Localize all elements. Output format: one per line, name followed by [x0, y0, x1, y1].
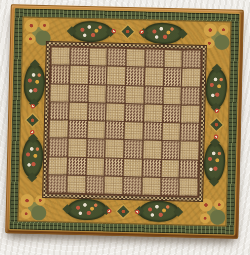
floral-medallion-top-left — [71, 21, 112, 43]
square-c3[interactable] — [87, 139, 105, 157]
red-accent-dot — [30, 104, 35, 109]
square-h5[interactable] — [181, 105, 199, 123]
square-e4[interactable] — [125, 122, 143, 140]
red-accent-dot — [135, 209, 140, 214]
red-accent-dot — [139, 29, 144, 34]
square-f7[interactable] — [145, 68, 163, 86]
square-f6[interactable] — [144, 86, 162, 104]
floral-medallion-right-lower — [204, 142, 226, 183]
square-a6[interactable] — [50, 84, 68, 102]
square-f3[interactable] — [143, 141, 161, 159]
square-e7[interactable] — [126, 67, 144, 85]
square-f4[interactable] — [143, 122, 161, 140]
square-g2[interactable] — [161, 159, 179, 177]
playing-field — [46, 45, 203, 198]
chess-board[interactable] — [5, 4, 244, 239]
square-b8[interactable] — [70, 48, 88, 66]
squares-grid — [48, 47, 200, 196]
square-h3[interactable] — [180, 142, 198, 160]
square-g6[interactable] — [163, 86, 181, 104]
square-d1[interactable] — [104, 176, 122, 194]
square-a3[interactable] — [49, 138, 67, 156]
square-g7[interactable] — [163, 68, 181, 86]
square-b2[interactable] — [67, 157, 85, 175]
red-accent-dot — [107, 209, 112, 214]
floral-medallion-right-upper — [205, 68, 227, 109]
square-a4[interactable] — [50, 120, 68, 138]
square-h1[interactable] — [179, 178, 197, 196]
square-b5[interactable] — [69, 102, 87, 120]
red-accent-dot — [30, 130, 35, 135]
square-e8[interactable] — [126, 49, 144, 67]
square-d8[interactable] — [108, 49, 126, 67]
square-a2[interactable] — [49, 157, 67, 175]
square-h7[interactable] — [182, 69, 200, 87]
square-e1[interactable] — [123, 177, 141, 195]
square-c8[interactable] — [89, 48, 107, 66]
square-a1[interactable] — [48, 175, 66, 193]
square-c5[interactable] — [88, 103, 106, 121]
square-e3[interactable] — [124, 140, 142, 158]
square-g4[interactable] — [162, 123, 180, 141]
square-c6[interactable] — [88, 85, 106, 103]
square-f5[interactable] — [144, 104, 162, 122]
diamond-motif-bottom — [115, 204, 131, 220]
square-d5[interactable] — [106, 103, 124, 121]
square-g8[interactable] — [164, 50, 182, 68]
floral-medallion-bottom-right — [139, 200, 180, 222]
square-a8[interactable] — [51, 47, 69, 65]
square-g1[interactable] — [161, 178, 179, 196]
floral-medallion-left-upper — [23, 64, 45, 105]
floral-medallion-left-lower — [22, 138, 44, 179]
square-b1[interactable] — [67, 175, 85, 193]
square-h2[interactable] — [180, 160, 198, 178]
diamond-motif-top — [119, 24, 135, 40]
red-accent-dot — [111, 29, 116, 34]
photo-background — [0, 0, 250, 255]
square-e5[interactable] — [125, 104, 143, 122]
square-b3[interactable] — [68, 139, 86, 157]
square-e2[interactable] — [124, 159, 142, 177]
diamond-motif-left — [25, 112, 41, 128]
square-d6[interactable] — [107, 85, 125, 103]
square-c7[interactable] — [88, 66, 106, 84]
square-a7[interactable] — [51, 65, 69, 83]
square-h6[interactable] — [182, 87, 200, 105]
square-c2[interactable] — [86, 158, 104, 176]
floral-medallion-top-right — [143, 22, 184, 44]
square-b4[interactable] — [68, 121, 86, 139]
square-d2[interactable] — [105, 158, 123, 176]
square-b7[interactable] — [70, 66, 88, 84]
square-g3[interactable] — [162, 141, 180, 159]
square-h8[interactable] — [183, 50, 201, 68]
square-a5[interactable] — [50, 102, 68, 120]
square-g5[interactable] — [163, 105, 181, 123]
square-f1[interactable] — [142, 177, 160, 195]
square-h4[interactable] — [181, 123, 199, 141]
square-c4[interactable] — [87, 121, 105, 139]
square-d4[interactable] — [106, 122, 124, 140]
square-f2[interactable] — [142, 159, 160, 177]
square-b6[interactable] — [69, 84, 87, 102]
square-c1[interactable] — [86, 176, 104, 194]
square-f8[interactable] — [145, 49, 163, 67]
square-e6[interactable] — [125, 86, 143, 104]
red-accent-dot — [214, 108, 219, 113]
square-d7[interactable] — [107, 67, 125, 85]
floral-medallion-bottom-left — [67, 199, 108, 221]
red-accent-dot — [214, 134, 219, 139]
square-d3[interactable] — [105, 140, 123, 158]
diamond-motif-right — [209, 116, 225, 132]
